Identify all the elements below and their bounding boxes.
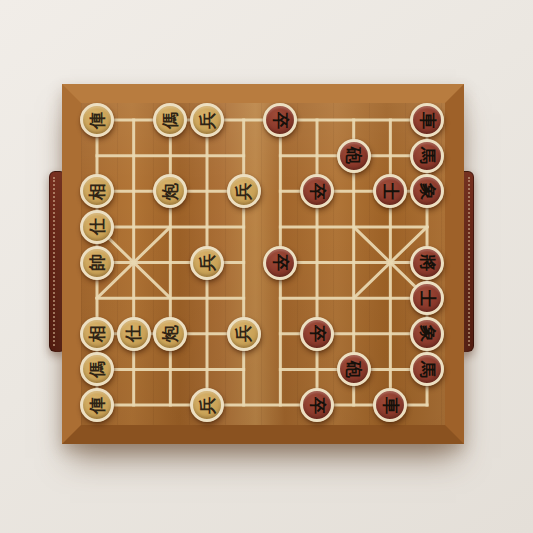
piece-dark-horse-c10r2[interactable]: 馬 bbox=[410, 139, 444, 173]
piece-dark-cannon-c8r2[interactable]: 砲 bbox=[337, 139, 371, 173]
general-glyph: 帥 bbox=[89, 254, 106, 271]
soldier-glyph: 卒 bbox=[309, 397, 326, 414]
advisor-glyph: 士 bbox=[419, 290, 436, 307]
soldier-glyph: 兵 bbox=[199, 254, 216, 271]
photo-background: 俥傌兵相炮兵仕帥兵相仕炮兵傌俥兵卒車砲馬卒士象卒將士卒象砲馬卒車 bbox=[0, 0, 533, 533]
cannon-glyph: 炮 bbox=[162, 183, 179, 200]
chariot-glyph: 俥 bbox=[89, 112, 106, 129]
piece-dark-advisor-c10r6[interactable]: 士 bbox=[410, 281, 444, 315]
chariot-glyph: 車 bbox=[419, 112, 436, 129]
chariot-glyph: 俥 bbox=[89, 397, 106, 414]
horse-glyph: 馬 bbox=[419, 361, 436, 378]
soldier-glyph: 兵 bbox=[235, 325, 252, 342]
piece-dark-elephant-c10r7[interactable]: 象 bbox=[410, 317, 444, 351]
cannon-glyph: 砲 bbox=[345, 361, 362, 378]
horse-glyph: 傌 bbox=[89, 361, 106, 378]
general-glyph: 將 bbox=[419, 254, 436, 271]
piece-dark-general-c10r5[interactable]: 將 bbox=[410, 246, 444, 280]
soldier-glyph: 兵 bbox=[199, 397, 216, 414]
piece-light-soldier-c5r3[interactable]: 兵 bbox=[227, 174, 261, 208]
advisor-glyph: 士 bbox=[382, 183, 399, 200]
xiangqi-board[interactable]: 俥傌兵相炮兵仕帥兵相仕炮兵傌俥兵卒車砲馬卒士象卒將士卒象砲馬卒車 bbox=[62, 84, 464, 444]
advisor-glyph: 仕 bbox=[89, 218, 106, 235]
piece-light-soldier-c4r5[interactable]: 兵 bbox=[190, 246, 224, 280]
piece-light-soldier-c4r1[interactable]: 兵 bbox=[190, 103, 224, 137]
elephant-glyph: 象 bbox=[419, 183, 436, 200]
elephant-glyph: 相 bbox=[89, 325, 106, 342]
piece-light-chariot-c1r1[interactable]: 俥 bbox=[80, 103, 114, 137]
board-playing-field: 俥傌兵相炮兵仕帥兵相仕炮兵傌俥兵卒車砲馬卒士象卒將士卒象砲馬卒車 bbox=[81, 103, 445, 425]
piece-dark-soldier-c6r5[interactable]: 卒 bbox=[263, 246, 297, 280]
horse-glyph: 傌 bbox=[162, 112, 179, 129]
cannon-glyph: 砲 bbox=[345, 147, 362, 164]
elephant-glyph: 相 bbox=[89, 183, 106, 200]
soldier-glyph: 兵 bbox=[235, 183, 252, 200]
piece-dark-soldier-c7r9[interactable]: 卒 bbox=[300, 388, 334, 422]
soldier-glyph: 卒 bbox=[272, 112, 289, 129]
chariot-glyph: 車 bbox=[382, 397, 399, 414]
piece-dark-chariot-c10r1[interactable]: 車 bbox=[410, 103, 444, 137]
piece-light-elephant-c1r3[interactable]: 相 bbox=[80, 174, 114, 208]
piece-light-chariot-c1r9[interactable]: 俥 bbox=[80, 388, 114, 422]
advisor-glyph: 仕 bbox=[125, 325, 142, 342]
piece-light-advisor-c1r4[interactable]: 仕 bbox=[80, 210, 114, 244]
soldier-glyph: 卒 bbox=[272, 254, 289, 271]
piece-dark-cannon-c8r8[interactable]: 砲 bbox=[337, 352, 371, 386]
soldier-glyph: 卒 bbox=[309, 183, 326, 200]
horse-glyph: 馬 bbox=[419, 147, 436, 164]
piece-light-soldier-c5r7[interactable]: 兵 bbox=[227, 317, 261, 351]
piece-light-elephant-c1r7[interactable]: 相 bbox=[80, 317, 114, 351]
elephant-glyph: 象 bbox=[419, 325, 436, 342]
soldier-glyph: 卒 bbox=[309, 325, 326, 342]
piece-light-cannon-c3r7[interactable]: 炮 bbox=[153, 317, 187, 351]
piece-light-general-c1r5[interactable]: 帥 bbox=[80, 246, 114, 280]
soldier-glyph: 兵 bbox=[199, 112, 216, 129]
piece-light-advisor-c2r7[interactable]: 仕 bbox=[117, 317, 151, 351]
cannon-glyph: 炮 bbox=[162, 325, 179, 342]
piece-light-soldier-c4r9[interactable]: 兵 bbox=[190, 388, 224, 422]
piece-dark-soldier-c7r7[interactable]: 卒 bbox=[300, 317, 334, 351]
